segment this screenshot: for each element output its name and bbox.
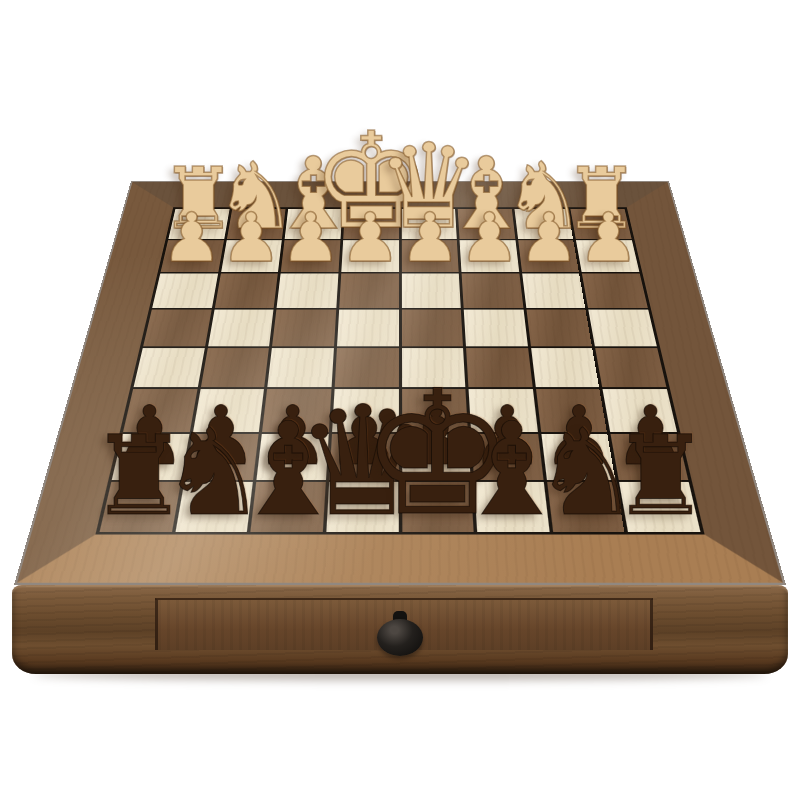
piece-wP[interactable]: ♟ [340, 203, 401, 271]
piece-wP[interactable]: ♟ [221, 203, 282, 271]
board-square[interactable] [401, 309, 463, 346]
piece-wP[interactable]: ♟ [578, 203, 639, 271]
piece-wP[interactable]: ♟ [519, 203, 580, 271]
board-square[interactable] [582, 274, 648, 308]
board-square[interactable] [531, 348, 600, 387]
piece-bR[interactable]: ♜ [612, 421, 711, 531]
board-square[interactable] [208, 309, 274, 346]
board-square[interactable] [464, 309, 528, 346]
board-square[interactable] [215, 274, 278, 308]
board-square[interactable] [526, 309, 592, 346]
piece-wP[interactable]: ♟ [280, 203, 341, 271]
board-square[interactable] [522, 274, 585, 308]
piece-wP[interactable]: ♟ [399, 203, 460, 271]
board-square[interactable] [152, 274, 218, 308]
board-square[interactable] [401, 274, 460, 308]
chess-set-photo: ♜♞♝♚♛♝♞♜♟♟♟♟♟♟♟♟♟♟♟♟♟♟♟♟♜♞♝♛♚♝♞♜ [0, 0, 800, 800]
board-square[interactable] [134, 348, 205, 387]
drawer-knob[interactable] [377, 619, 423, 656]
board-square[interactable] [143, 309, 211, 346]
board-square[interactable] [339, 274, 398, 308]
board-square[interactable] [589, 309, 657, 346]
board-square[interactable] [596, 348, 667, 387]
piece-wP[interactable]: ♟ [161, 203, 222, 271]
board-square[interactable] [272, 309, 336, 346]
pieces-layer: ♜♞♝♚♛♝♞♜♟♟♟♟♟♟♟♟♟♟♟♟♟♟♟♟♜♞♝♛♚♝♞♜ [0, 0, 800, 800]
piece-wP[interactable]: ♟ [459, 203, 520, 271]
board-square[interactable] [462, 274, 523, 308]
board-square[interactable] [337, 309, 399, 346]
board-square[interactable] [277, 274, 338, 308]
board-square[interactable] [201, 348, 270, 387]
